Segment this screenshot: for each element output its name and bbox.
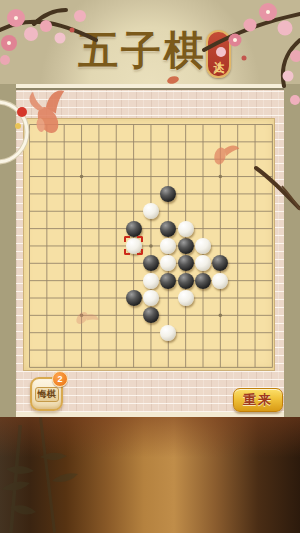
white-stone — [178, 290, 194, 306]
white-stone — [195, 238, 211, 254]
black-stone — [126, 221, 142, 237]
black-stone — [195, 273, 211, 289]
undo-button-label: 悔棋 — [35, 387, 59, 402]
white-stone — [178, 221, 194, 237]
white-stone — [143, 290, 159, 306]
black-stone — [178, 255, 194, 271]
white-stone — [212, 273, 228, 289]
game-screen: 五子棋 达人 悔棋 2 重来 — [0, 0, 300, 533]
white-stone — [143, 273, 159, 289]
black-stone — [178, 273, 194, 289]
footer-banner: 手游TV 残局闯关 回味意无穷 WWW.SHOUYOUTV.COM — [0, 417, 300, 533]
game-panel: 悔棋 2 重来 — [16, 84, 284, 417]
game-board[interactable] — [24, 119, 274, 370]
black-stone — [178, 238, 194, 254]
header: 五子棋 达人 — [0, 0, 300, 84]
last-move-marker — [124, 236, 143, 255]
restart-button[interactable]: 重来 — [233, 388, 283, 412]
black-stone — [160, 273, 176, 289]
undo-count-badge: 2 — [52, 371, 68, 387]
black-stone — [126, 290, 142, 306]
black-stone — [160, 221, 176, 237]
page-title: 五子棋 — [0, 31, 285, 71]
board-grid — [24, 119, 274, 370]
white-stone — [160, 325, 176, 341]
expert-seal-badge: 达人 — [206, 30, 231, 78]
bamboo-decoration — [0, 417, 110, 533]
